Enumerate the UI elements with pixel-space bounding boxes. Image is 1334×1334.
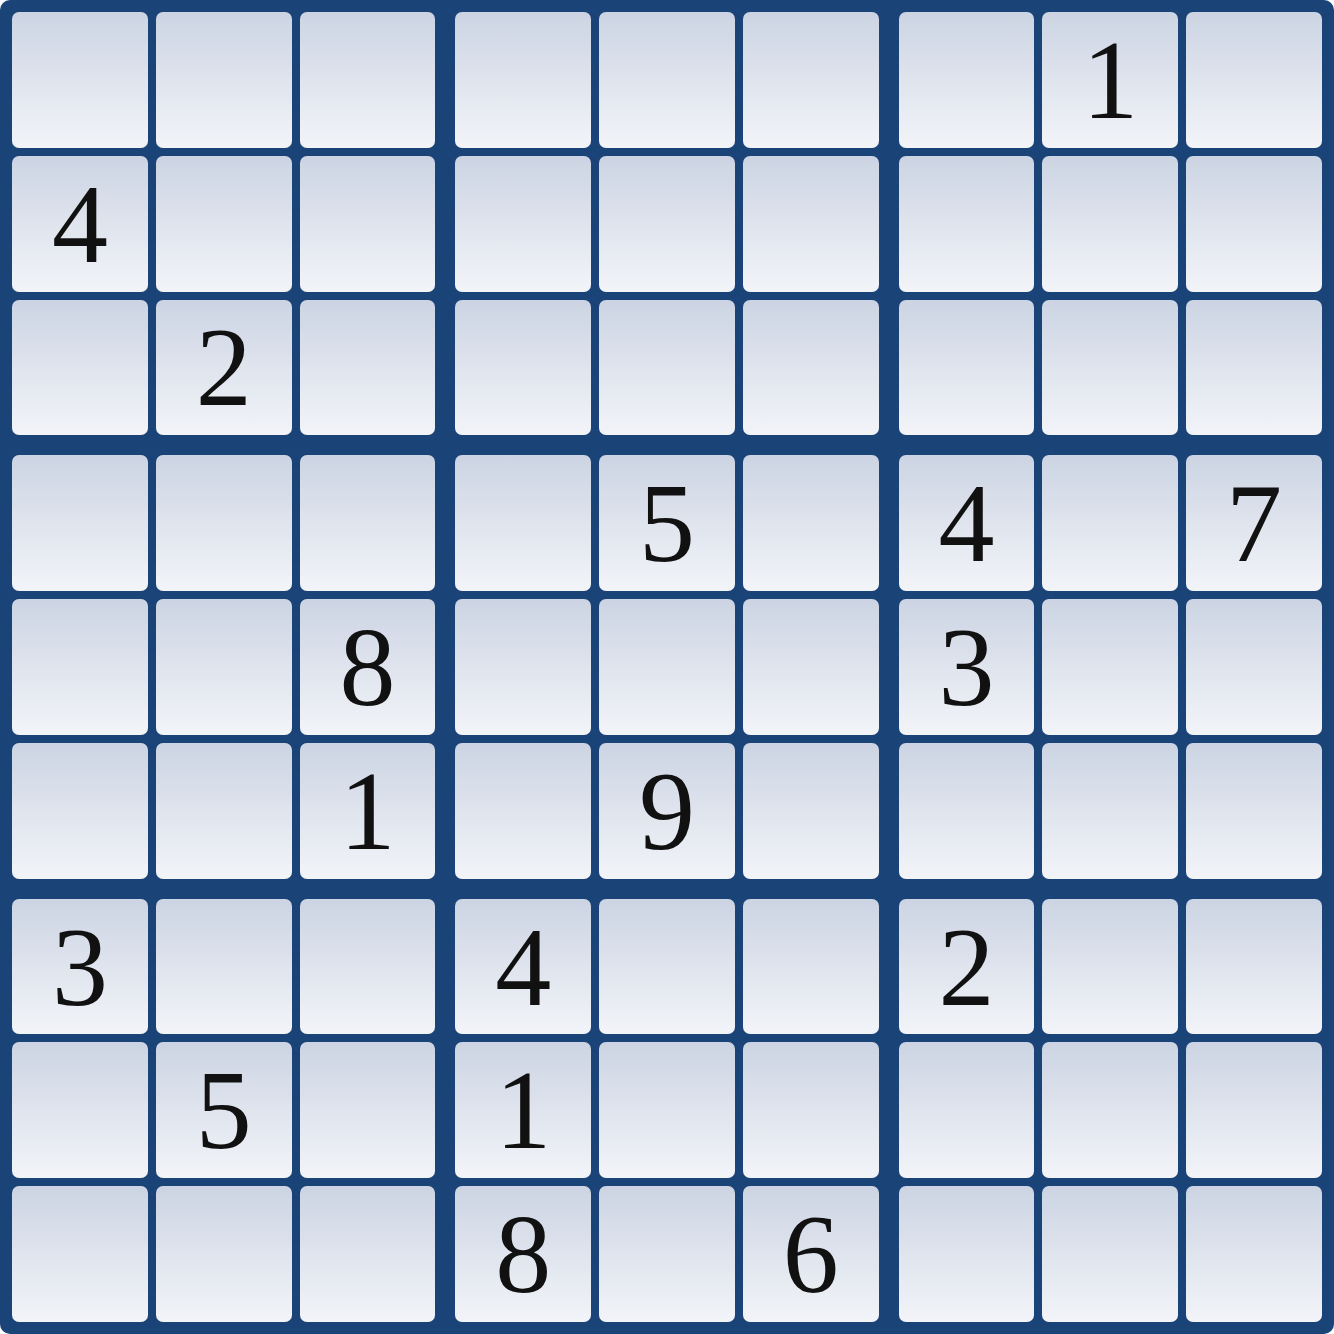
cell-r8c3[interactable] [300,1042,436,1178]
cell-r7c6[interactable] [743,899,879,1035]
cell-r5c1[interactable] [12,599,148,735]
cell-r3c8[interactable] [1042,300,1178,436]
cell-r1c7[interactable] [899,12,1035,148]
cell-r6c3[interactable]: 1 [300,743,436,879]
cell-r6c4[interactable] [455,743,591,879]
box-9: 2 [899,899,1322,1322]
cell-r4c3[interactable] [300,455,436,591]
cell-r3c9[interactable] [1186,300,1322,436]
sudoku-board: 42181594733541862 [0,0,1334,1334]
cell-r9c1[interactable] [12,1186,148,1322]
cell-r5c9[interactable] [1186,599,1322,735]
cell-r9c2[interactable] [156,1186,292,1322]
box-1: 42 [12,12,435,435]
box-6: 473 [899,455,1322,878]
cell-r2c6[interactable] [743,156,879,292]
cell-r1c5[interactable] [599,12,735,148]
cell-r1c9[interactable] [1186,12,1322,148]
cell-r6c9[interactable] [1186,743,1322,879]
cell-r7c1[interactable]: 3 [12,899,148,1035]
cell-r1c3[interactable] [300,12,436,148]
box-5: 59 [455,455,878,878]
cell-r4c7[interactable]: 4 [899,455,1035,591]
cell-r8c4[interactable]: 1 [455,1042,591,1178]
cell-r1c2[interactable] [156,12,292,148]
cell-r8c1[interactable] [12,1042,148,1178]
box-8: 4186 [455,899,878,1322]
cell-r2c9[interactable] [1186,156,1322,292]
box-2 [455,12,878,435]
cell-r5c6[interactable] [743,599,879,735]
cell-r4c5[interactable]: 5 [599,455,735,591]
cell-r1c4[interactable] [455,12,591,148]
cell-r7c9[interactable] [1186,899,1322,1035]
cell-r1c6[interactable] [743,12,879,148]
cell-r9c3[interactable] [300,1186,436,1322]
box-7: 35 [12,899,435,1322]
cell-r5c3[interactable]: 8 [300,599,436,735]
cell-r8c7[interactable] [899,1042,1035,1178]
cell-r5c5[interactable] [599,599,735,735]
cell-r2c5[interactable] [599,156,735,292]
box-4: 81 [12,455,435,878]
cell-r1c8[interactable]: 1 [1042,12,1178,148]
cell-r2c1[interactable]: 4 [12,156,148,292]
cell-r5c2[interactable] [156,599,292,735]
cell-r9c4[interactable]: 8 [455,1186,591,1322]
cell-r3c3[interactable] [300,300,436,436]
cell-r4c2[interactable] [156,455,292,591]
cell-r8c2[interactable]: 5 [156,1042,292,1178]
cell-r8c9[interactable] [1186,1042,1322,1178]
cell-r9c6[interactable]: 6 [743,1186,879,1322]
cell-r7c8[interactable] [1042,899,1178,1035]
cell-r4c9[interactable]: 7 [1186,455,1322,591]
cell-r7c2[interactable] [156,899,292,1035]
cell-r9c7[interactable] [899,1186,1035,1322]
cell-r6c1[interactable] [12,743,148,879]
cell-r7c5[interactable] [599,899,735,1035]
cell-r1c1[interactable] [12,12,148,148]
cell-r5c4[interactable] [455,599,591,735]
cell-r4c6[interactable] [743,455,879,591]
cell-r4c4[interactable] [455,455,591,591]
cell-r4c1[interactable] [12,455,148,591]
cell-r2c7[interactable] [899,156,1035,292]
cell-r5c7[interactable]: 3 [899,599,1035,735]
box-3: 1 [899,12,1322,435]
cell-r4c8[interactable] [1042,455,1178,591]
cell-r8c6[interactable] [743,1042,879,1178]
cell-r9c8[interactable] [1042,1186,1178,1322]
cell-r6c6[interactable] [743,743,879,879]
cell-r2c2[interactable] [156,156,292,292]
cell-r8c5[interactable] [599,1042,735,1178]
cell-r5c8[interactable] [1042,599,1178,735]
cell-r7c7[interactable]: 2 [899,899,1035,1035]
cell-r9c5[interactable] [599,1186,735,1322]
cell-r3c4[interactable] [455,300,591,436]
cell-r6c5[interactable]: 9 [599,743,735,879]
cell-r6c8[interactable] [1042,743,1178,879]
cell-r6c7[interactable] [899,743,1035,879]
cell-r3c6[interactable] [743,300,879,436]
cell-r3c5[interactable] [599,300,735,436]
cell-r3c7[interactable] [899,300,1035,436]
cell-r9c9[interactable] [1186,1186,1322,1322]
cell-r6c2[interactable] [156,743,292,879]
cell-r7c3[interactable] [300,899,436,1035]
cell-r7c4[interactable]: 4 [455,899,591,1035]
cell-r2c3[interactable] [300,156,436,292]
cell-r2c4[interactable] [455,156,591,292]
cell-r3c2[interactable]: 2 [156,300,292,436]
cell-r8c8[interactable] [1042,1042,1178,1178]
cell-r2c8[interactable] [1042,156,1178,292]
cell-r3c1[interactable] [12,300,148,436]
